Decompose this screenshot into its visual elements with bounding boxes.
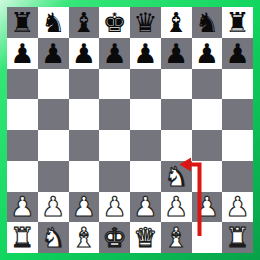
square-d4[interactable] (99, 130, 130, 161)
square-b8[interactable]: ♞ (38, 7, 69, 38)
white-pawn: ♟ (226, 193, 250, 220)
square-f2[interactable]: ♟ (161, 192, 192, 223)
square-d3[interactable] (99, 161, 130, 192)
black-knight: ♞ (41, 9, 65, 36)
white-king: ♚ (103, 224, 127, 251)
square-a7[interactable]: ♟ (7, 38, 38, 69)
square-d6[interactable] (99, 69, 130, 100)
square-h4[interactable] (222, 130, 253, 161)
square-h7[interactable]: ♟ (222, 38, 253, 69)
black-bishop: ♝ (164, 9, 188, 36)
square-b3[interactable] (38, 161, 69, 192)
white-rook: ♜ (226, 224, 250, 251)
square-c8[interactable]: ♝ (69, 7, 100, 38)
black-king: ♚ (103, 9, 127, 36)
white-pawn: ♟ (10, 193, 34, 220)
white-pawn: ♟ (103, 193, 127, 220)
black-pawn: ♟ (195, 40, 219, 67)
square-b4[interactable] (38, 130, 69, 161)
square-a2[interactable]: ♟ (7, 192, 38, 223)
square-b6[interactable] (38, 69, 69, 100)
square-h3[interactable] (222, 161, 253, 192)
square-g5[interactable] (192, 99, 223, 130)
square-h6[interactable] (222, 69, 253, 100)
white-knight: ♞ (41, 224, 65, 251)
black-pawn: ♟ (72, 40, 96, 67)
square-d8[interactable]: ♚ (99, 7, 130, 38)
square-c1[interactable]: ♝ (69, 222, 100, 253)
board-frame: ♜♞♝♚♛♝♞♜♟♟♟♟♟♟♟♟♞♟♟♟♟♟♟♟♟♜♞♝♚♛♝♜ (0, 0, 260, 260)
square-a3[interactable] (7, 161, 38, 192)
square-f5[interactable] (161, 99, 192, 130)
square-g4[interactable] (192, 130, 223, 161)
square-d1[interactable]: ♚ (99, 222, 130, 253)
square-f6[interactable] (161, 69, 192, 100)
square-b7[interactable]: ♟ (38, 38, 69, 69)
square-a6[interactable] (7, 69, 38, 100)
white-bishop: ♝ (164, 224, 188, 251)
white-pawn: ♟ (195, 193, 219, 220)
black-knight: ♞ (195, 9, 219, 36)
square-f3[interactable]: ♞ (161, 161, 192, 192)
square-c2[interactable]: ♟ (69, 192, 100, 223)
white-bishop: ♝ (72, 224, 96, 251)
square-b1[interactable]: ♞ (38, 222, 69, 253)
square-g8[interactable]: ♞ (192, 7, 223, 38)
black-rook: ♜ (10, 9, 34, 36)
square-f4[interactable] (161, 130, 192, 161)
black-queen: ♛ (133, 9, 157, 36)
square-e8[interactable]: ♛ (130, 7, 161, 38)
black-pawn: ♟ (10, 40, 34, 67)
square-c5[interactable] (69, 99, 100, 130)
square-d5[interactable] (99, 99, 130, 130)
square-f8[interactable]: ♝ (161, 7, 192, 38)
white-pawn: ♟ (41, 193, 65, 220)
white-pawn: ♟ (133, 193, 157, 220)
black-rook: ♜ (226, 9, 250, 36)
square-h1[interactable]: ♜ (222, 222, 253, 253)
square-f7[interactable]: ♟ (161, 38, 192, 69)
white-pawn: ♟ (72, 193, 96, 220)
square-e7[interactable]: ♟ (130, 38, 161, 69)
white-rook: ♜ (10, 224, 34, 251)
square-g6[interactable] (192, 69, 223, 100)
square-e3[interactable] (130, 161, 161, 192)
square-b5[interactable] (38, 99, 69, 130)
square-e5[interactable] (130, 99, 161, 130)
square-h5[interactable] (222, 99, 253, 130)
white-queen: ♛ (133, 224, 157, 251)
square-a8[interactable]: ♜ (7, 7, 38, 38)
square-e4[interactable] (130, 130, 161, 161)
square-d7[interactable]: ♟ (99, 38, 130, 69)
square-d2[interactable]: ♟ (99, 192, 130, 223)
square-e2[interactable]: ♟ (130, 192, 161, 223)
square-e1[interactable]: ♛ (130, 222, 161, 253)
square-g7[interactable]: ♟ (192, 38, 223, 69)
black-pawn: ♟ (133, 40, 157, 67)
square-e6[interactable] (130, 69, 161, 100)
square-g1[interactable] (192, 222, 223, 253)
black-pawn: ♟ (164, 40, 188, 67)
black-pawn: ♟ (103, 40, 127, 67)
square-h8[interactable]: ♜ (222, 7, 253, 38)
black-pawn: ♟ (41, 40, 65, 67)
square-c4[interactable] (69, 130, 100, 161)
square-c6[interactable] (69, 69, 100, 100)
square-c7[interactable]: ♟ (69, 38, 100, 69)
white-knight: ♞ (164, 163, 188, 190)
white-pawn: ♟ (164, 193, 188, 220)
square-a1[interactable]: ♜ (7, 222, 38, 253)
square-g3[interactable] (192, 161, 223, 192)
black-pawn: ♟ (226, 40, 250, 67)
square-f1[interactable]: ♝ (161, 222, 192, 253)
square-h2[interactable]: ♟ (222, 192, 253, 223)
square-b2[interactable]: ♟ (38, 192, 69, 223)
square-c3[interactable] (69, 161, 100, 192)
black-bishop: ♝ (72, 9, 96, 36)
square-a4[interactable] (7, 130, 38, 161)
square-a5[interactable] (7, 99, 38, 130)
square-g2[interactable]: ♟ (192, 192, 223, 223)
chess-board: ♜♞♝♚♛♝♞♜♟♟♟♟♟♟♟♟♞♟♟♟♟♟♟♟♟♜♞♝♚♛♝♜ (7, 7, 253, 253)
